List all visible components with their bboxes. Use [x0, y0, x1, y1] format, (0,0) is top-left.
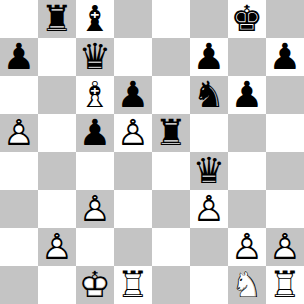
- piece-white-bishop: ♝♗: [76, 76, 114, 114]
- piece-outline-glyph: ♙: [266, 228, 304, 266]
- square-f8[interactable]: [190, 0, 228, 38]
- square-b7[interactable]: [38, 38, 76, 76]
- square-h2[interactable]: ♟♙: [266, 228, 304, 266]
- square-a4[interactable]: [0, 152, 38, 190]
- piece-fill-glyph: ♜: [152, 114, 190, 152]
- square-a8[interactable]: [0, 0, 38, 38]
- square-b4[interactable]: [38, 152, 76, 190]
- piece-white-rook: ♜♖: [114, 266, 152, 304]
- square-e6[interactable]: [152, 76, 190, 114]
- square-b1[interactable]: [38, 266, 76, 304]
- square-h6[interactable]: [266, 76, 304, 114]
- piece-outline-glyph: ♘: [228, 266, 266, 304]
- piece-outline-glyph: ♖: [114, 266, 152, 304]
- square-b2[interactable]: ♟♙: [38, 228, 76, 266]
- piece-outline-glyph: ♙: [0, 114, 38, 152]
- square-b3[interactable]: [38, 190, 76, 228]
- piece-fill-glyph: ♚: [228, 0, 266, 38]
- piece-white-pawn: ♟♙: [190, 190, 228, 228]
- square-a6[interactable]: [0, 76, 38, 114]
- square-a1[interactable]: [0, 266, 38, 304]
- square-d2[interactable]: [114, 228, 152, 266]
- square-b5[interactable]: [38, 114, 76, 152]
- square-a7[interactable]: ♟: [0, 38, 38, 76]
- square-d8[interactable]: [114, 0, 152, 38]
- square-c2[interactable]: [76, 228, 114, 266]
- square-e4[interactable]: [152, 152, 190, 190]
- square-g2[interactable]: ♟♙: [228, 228, 266, 266]
- piece-fill-glyph: ♟: [0, 38, 38, 76]
- piece-fill-glyph: ♟: [76, 114, 114, 152]
- piece-black-queen: ♛: [190, 152, 228, 190]
- piece-fill-glyph: ♟: [114, 76, 152, 114]
- piece-outline-glyph: ♙: [228, 228, 266, 266]
- square-g4[interactable]: [228, 152, 266, 190]
- piece-black-pawn: ♟: [0, 38, 38, 76]
- square-d3[interactable]: [114, 190, 152, 228]
- piece-black-knight: ♞: [190, 76, 228, 114]
- square-c6[interactable]: ♝♗: [76, 76, 114, 114]
- piece-fill-glyph: ♛: [190, 152, 228, 190]
- piece-outline-glyph: ♙: [38, 228, 76, 266]
- piece-white-pawn: ♟♙: [38, 228, 76, 266]
- square-f3[interactable]: ♟♙: [190, 190, 228, 228]
- piece-white-pawn: ♟♙: [266, 228, 304, 266]
- piece-fill-glyph: ♟: [266, 38, 304, 76]
- square-c5[interactable]: ♟: [76, 114, 114, 152]
- piece-black-rook: ♜: [38, 0, 76, 38]
- square-h4[interactable]: [266, 152, 304, 190]
- square-a2[interactable]: [0, 228, 38, 266]
- square-c1[interactable]: ♚♔: [76, 266, 114, 304]
- piece-fill-glyph: ♜: [38, 0, 76, 38]
- piece-fill-glyph: ♞: [190, 76, 228, 114]
- square-c7[interactable]: ♛: [76, 38, 114, 76]
- piece-black-king: ♚: [228, 0, 266, 38]
- chess-board: ♜♝♚♟♛♟♟♝♗♟♞♟♟♙♟♟♙♜♛♟♙♟♙♟♙♟♙♟♙♚♔♜♖♞♘♜♖: [0, 0, 304, 304]
- square-e3[interactable]: [152, 190, 190, 228]
- piece-white-rook: ♜♖: [266, 266, 304, 304]
- piece-black-bishop: ♝: [76, 0, 114, 38]
- piece-fill-glyph: ♟: [228, 76, 266, 114]
- piece-white-king: ♚♔: [76, 266, 114, 304]
- square-f4[interactable]: ♛: [190, 152, 228, 190]
- square-f7[interactable]: ♟: [190, 38, 228, 76]
- square-g1[interactable]: ♞♘: [228, 266, 266, 304]
- square-g5[interactable]: [228, 114, 266, 152]
- square-d5[interactable]: ♟♙: [114, 114, 152, 152]
- piece-black-pawn: ♟: [228, 76, 266, 114]
- square-h7[interactable]: ♟: [266, 38, 304, 76]
- piece-outline-glyph: ♗: [76, 76, 114, 114]
- square-e7[interactable]: [152, 38, 190, 76]
- square-f6[interactable]: ♞: [190, 76, 228, 114]
- square-e1[interactable]: [152, 266, 190, 304]
- square-e2[interactable]: [152, 228, 190, 266]
- piece-outline-glyph: ♔: [76, 266, 114, 304]
- square-f5[interactable]: [190, 114, 228, 152]
- square-d1[interactable]: ♜♖: [114, 266, 152, 304]
- piece-black-pawn: ♟: [76, 114, 114, 152]
- piece-black-queen: ♛: [76, 38, 114, 76]
- square-b6[interactable]: [38, 76, 76, 114]
- square-a5[interactable]: ♟♙: [0, 114, 38, 152]
- square-g7[interactable]: [228, 38, 266, 76]
- piece-white-knight: ♞♘: [228, 266, 266, 304]
- piece-white-pawn: ♟♙: [76, 190, 114, 228]
- square-a3[interactable]: [0, 190, 38, 228]
- piece-outline-glyph: ♙: [114, 114, 152, 152]
- square-g6[interactable]: ♟: [228, 76, 266, 114]
- piece-black-pawn: ♟: [266, 38, 304, 76]
- square-b8[interactable]: ♜: [38, 0, 76, 38]
- piece-fill-glyph: ♝: [76, 0, 114, 38]
- piece-black-pawn: ♟: [114, 76, 152, 114]
- square-e8[interactable]: [152, 0, 190, 38]
- square-h5[interactable]: [266, 114, 304, 152]
- square-c3[interactable]: ♟♙: [76, 190, 114, 228]
- square-d4[interactable]: [114, 152, 152, 190]
- piece-white-pawn: ♟♙: [114, 114, 152, 152]
- square-h3[interactable]: [266, 190, 304, 228]
- piece-fill-glyph: ♛: [76, 38, 114, 76]
- square-g3[interactable]: [228, 190, 266, 228]
- piece-black-pawn: ♟: [190, 38, 228, 76]
- piece-outline-glyph: ♙: [190, 190, 228, 228]
- square-f2[interactable]: [190, 228, 228, 266]
- piece-white-pawn: ♟♙: [0, 114, 38, 152]
- square-d6[interactable]: ♟: [114, 76, 152, 114]
- piece-outline-glyph: ♙: [76, 190, 114, 228]
- piece-white-pawn: ♟♙: [228, 228, 266, 266]
- square-e5[interactable]: ♜: [152, 114, 190, 152]
- piece-black-rook: ♜: [152, 114, 190, 152]
- square-h8[interactable]: [266, 0, 304, 38]
- square-c4[interactable]: [76, 152, 114, 190]
- square-c8[interactable]: ♝: [76, 0, 114, 38]
- square-f1[interactable]: [190, 266, 228, 304]
- square-g8[interactable]: ♚: [228, 0, 266, 38]
- piece-fill-glyph: ♟: [190, 38, 228, 76]
- piece-outline-glyph: ♖: [266, 266, 304, 304]
- square-d7[interactable]: [114, 38, 152, 76]
- square-h1[interactable]: ♜♖: [266, 266, 304, 304]
